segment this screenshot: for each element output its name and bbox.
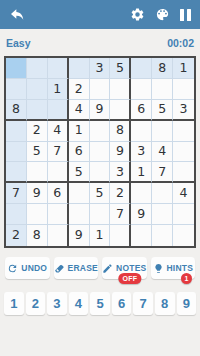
status-row: Easy 00:02: [0, 29, 200, 56]
cell-r3c6[interactable]: [110, 100, 131, 121]
hints-count-badge: 1: [181, 273, 192, 284]
back-icon[interactable]: [9, 7, 25, 23]
cell-r2c1[interactable]: [6, 79, 27, 100]
cell-r3c2[interactable]: [27, 100, 48, 121]
numpad-9[interactable]: 9: [177, 292, 197, 315]
cell-r3c8[interactable]: 5: [152, 100, 173, 121]
undo-label: UNDO: [21, 263, 47, 273]
top-bar: [0, 0, 200, 29]
cell-r2c8[interactable]: [152, 79, 173, 100]
cell-r5c6[interactable]: 9: [110, 142, 131, 163]
cell-r7c8[interactable]: [152, 183, 173, 204]
cell-r2c9[interactable]: [173, 79, 194, 100]
cell-r6c2[interactable]: [27, 162, 48, 183]
cell-r5c2[interactable]: 5: [27, 142, 48, 163]
cell-r7c9[interactable]: 4: [173, 183, 194, 204]
cell-r2c3[interactable]: 1: [48, 79, 69, 100]
cell-r4c3[interactable]: 4: [48, 121, 69, 142]
cell-r1c9[interactable]: 1: [173, 58, 194, 79]
cell-r8c7[interactable]: 9: [131, 204, 152, 225]
pause-icon[interactable]: [180, 9, 191, 21]
cell-r6c8[interactable]: 7: [152, 162, 173, 183]
cell-r9c2[interactable]: 8: [27, 225, 48, 246]
cell-r5c5[interactable]: [90, 142, 111, 163]
cell-r7c6[interactable]: 2: [110, 183, 131, 204]
numpad-6[interactable]: 6: [112, 292, 132, 315]
control-bar: UNDO ERASE NOTES OFF HINTS 1: [0, 257, 200, 279]
cell-r1c6[interactable]: 5: [110, 58, 131, 79]
cell-r3c1[interactable]: 8: [6, 100, 27, 121]
numpad-1[interactable]: 1: [4, 292, 24, 315]
settings-gear-icon[interactable]: [130, 7, 145, 22]
notes-off-badge: OFF: [119, 273, 142, 284]
cell-r8c1[interactable]: [6, 204, 27, 225]
sudoku-board: 35811284965324185769345317796524792891: [4, 56, 196, 248]
cell-r2c7[interactable]: [131, 79, 152, 100]
cell-r7c2[interactable]: 9: [27, 183, 48, 204]
cell-r6c9[interactable]: [173, 162, 194, 183]
cell-r9c1[interactable]: 2: [6, 225, 27, 246]
cell-r9c4[interactable]: 9: [69, 225, 90, 246]
undo-button[interactable]: UNDO: [5, 257, 50, 279]
cell-r1c7[interactable]: [131, 58, 152, 79]
cell-r4c2[interactable]: 2: [27, 121, 48, 142]
cell-r9c6[interactable]: [110, 225, 131, 246]
cell-r1c1[interactable]: [6, 58, 27, 79]
cell-r3c4[interactable]: 4: [69, 100, 90, 121]
number-pad: 123456789: [0, 292, 200, 315]
cell-r4c5[interactable]: [90, 121, 111, 142]
cell-r3c3[interactable]: [48, 100, 69, 121]
cell-r4c9[interactable]: [173, 121, 194, 142]
cell-r2c2[interactable]: [27, 79, 48, 100]
cell-r3c7[interactable]: 6: [131, 100, 152, 121]
undo-icon: [7, 263, 18, 274]
erase-label: ERASE: [68, 263, 98, 273]
numpad-5[interactable]: 5: [90, 292, 110, 315]
cell-r3c9[interactable]: 3: [173, 100, 194, 121]
cell-r9c7[interactable]: [131, 225, 152, 246]
cell-r8c8[interactable]: [152, 204, 173, 225]
cell-r3c5[interactable]: 9: [90, 100, 111, 121]
cell-r1c4[interactable]: [69, 58, 90, 79]
cell-r1c5[interactable]: 3: [90, 58, 111, 79]
cell-r5c1[interactable]: [6, 142, 27, 163]
cell-r6c4[interactable]: 5: [69, 162, 90, 183]
cell-r9c3[interactable]: [48, 225, 69, 246]
cell-r6c3[interactable]: [48, 162, 69, 183]
numpad-4[interactable]: 4: [69, 292, 89, 315]
numpad-8[interactable]: 8: [155, 292, 175, 315]
cell-r6c1[interactable]: [6, 162, 27, 183]
numpad-3[interactable]: 3: [47, 292, 67, 315]
cell-r7c5[interactable]: 5: [90, 183, 111, 204]
cell-r2c4[interactable]: 2: [69, 79, 90, 100]
cell-r4c7[interactable]: [131, 121, 152, 142]
numpad-2[interactable]: 2: [26, 292, 46, 315]
timer: 00:02: [167, 37, 194, 49]
cell-r6c7[interactable]: 1: [131, 162, 152, 183]
cell-r8c5[interactable]: [90, 204, 111, 225]
difficulty-label: Easy: [6, 37, 31, 49]
cell-r2c5[interactable]: [90, 79, 111, 100]
hints-label: HINTS: [167, 263, 194, 273]
cell-r5c9[interactable]: [173, 142, 194, 163]
notes-button[interactable]: NOTES OFF: [102, 257, 147, 279]
cell-r1c8[interactable]: 8: [152, 58, 173, 79]
cell-r8c4[interactable]: [69, 204, 90, 225]
cell-r7c1[interactable]: 7: [6, 183, 27, 204]
cell-r5c4[interactable]: 6: [69, 142, 90, 163]
cell-r7c7[interactable]: [131, 183, 152, 204]
cell-r9c8[interactable]: [152, 225, 173, 246]
cell-r9c9[interactable]: [173, 225, 194, 246]
cell-r5c8[interactable]: 4: [152, 142, 173, 163]
cell-r1c2[interactable]: [27, 58, 48, 79]
cell-r6c5[interactable]: [90, 162, 111, 183]
cell-r4c8[interactable]: [152, 121, 173, 142]
lightbulb-icon: [153, 263, 164, 274]
sudoku-app: Easy 00:02 35811284965324185769345317796…: [0, 0, 200, 356]
notes-label: NOTES: [116, 263, 146, 273]
cell-r8c9[interactable]: [173, 204, 194, 225]
cell-r7c3[interactable]: 6: [48, 183, 69, 204]
cell-r4c6[interactable]: 8: [110, 121, 131, 142]
erase-button[interactable]: ERASE: [54, 257, 99, 279]
pencil-icon: [102, 263, 113, 274]
cell-r4c4[interactable]: 1: [69, 121, 90, 142]
cell-r5c3[interactable]: 7: [48, 142, 69, 163]
cell-r8c6[interactable]: 7: [110, 204, 131, 225]
erase-icon: [54, 263, 65, 274]
theme-palette-icon[interactable]: [155, 7, 170, 22]
numpad-7[interactable]: 7: [133, 292, 153, 315]
hints-button[interactable]: HINTS 1: [151, 257, 196, 279]
cell-r4c1[interactable]: [6, 121, 27, 142]
cell-r1c3[interactable]: [48, 58, 69, 79]
cell-r8c3[interactable]: [48, 204, 69, 225]
cell-r5c7[interactable]: 3: [131, 142, 152, 163]
cell-r8c2[interactable]: [27, 204, 48, 225]
cell-r7c4[interactable]: [69, 183, 90, 204]
cell-r9c5[interactable]: 1: [90, 225, 111, 246]
cell-r6c6[interactable]: 3: [110, 162, 131, 183]
cell-r2c6[interactable]: [110, 79, 131, 100]
